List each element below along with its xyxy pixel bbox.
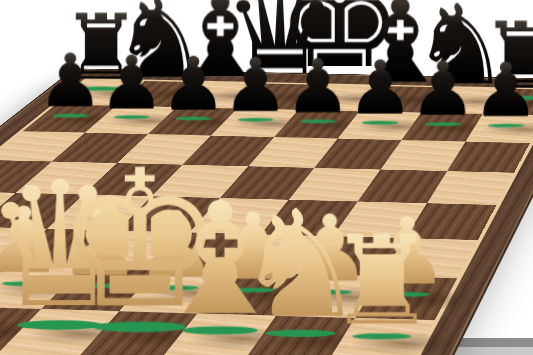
square-h7: ♟ <box>466 114 533 143</box>
chess-set-photo: ♜♞♝♛♚♝♞♜♟♟♟♟♟♟♟♟♟♟♟♟♟♟♟♟♜♞♝♛♚♝♞♜ <box>0 0 533 355</box>
maple-inlay-line: ♜♞♝♛♚♝♞♜♟♟♟♟♟♟♟♟♟♟♟♟♟♟♟♟♜♞♝♛♚♝♞♜ <box>0 78 533 355</box>
square-h6 <box>447 141 530 172</box>
square-h1: ♜ <box>326 318 434 355</box>
squares-grid: ♜♞♝♛♚♝♞♜♟♟♟♟♟♟♟♟♟♟♟♟♟♟♟♟♜♞♝♛♚♝♞♜ <box>0 80 533 355</box>
black-pawn-h7: ♟ <box>369 53 533 128</box>
white-rook-h1: ♜ <box>205 219 533 342</box>
chess-board: ♜♞♝♛♚♝♞♜♟♟♟♟♟♟♟♟♟♟♟♟♟♟♟♟♜♞♝♛♚♝♞♜ <box>0 69 533 355</box>
board-stage: ♜♞♝♛♚♝♞♜♟♟♟♟♟♟♟♟♟♟♟♟♟♟♟♟♜♞♝♛♚♝♞♜ <box>0 0 530 355</box>
